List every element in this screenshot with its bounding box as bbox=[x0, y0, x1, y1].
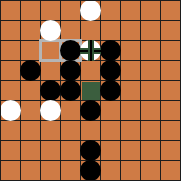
white-stone bbox=[80, 40, 101, 61]
cell-r7c2[interactable] bbox=[41, 141, 60, 160]
cell-r7c7[interactable] bbox=[141, 141, 160, 160]
cell-r0c1[interactable] bbox=[21, 1, 40, 20]
cell-r6c0[interactable] bbox=[1, 121, 20, 140]
cell-r1c5[interactable] bbox=[101, 21, 120, 40]
cell-r4c7[interactable] bbox=[141, 81, 160, 100]
cell-r8c3[interactable] bbox=[61, 161, 80, 180]
cell-r2c2[interactable] bbox=[41, 41, 60, 60]
cell-r6c5[interactable] bbox=[101, 121, 120, 140]
cell-r3c7[interactable] bbox=[141, 61, 160, 80]
cell-r1c3[interactable] bbox=[61, 21, 80, 40]
cell-r4c0[interactable] bbox=[1, 81, 20, 100]
cell-r3c2[interactable] bbox=[41, 61, 60, 80]
cell-r0c7[interactable] bbox=[141, 1, 160, 20]
cell-r5c5[interactable] bbox=[101, 101, 120, 120]
cell-r2c3[interactable] bbox=[61, 41, 80, 60]
cell-r6c4[interactable] bbox=[81, 121, 100, 140]
cell-r7c1[interactable] bbox=[21, 141, 40, 160]
cell-r5c1[interactable] bbox=[21, 101, 40, 120]
cell-r5c8[interactable] bbox=[161, 101, 180, 120]
black-stone bbox=[100, 80, 121, 101]
cell-r5c7[interactable] bbox=[141, 101, 160, 120]
cell-r7c6[interactable] bbox=[121, 141, 140, 160]
cell-r8c2[interactable] bbox=[41, 161, 60, 180]
cell-r0c8[interactable] bbox=[161, 1, 180, 20]
cell-r0c4[interactable] bbox=[81, 1, 100, 20]
cell-r1c6[interactable] bbox=[121, 21, 140, 40]
cell-r2c0[interactable] bbox=[1, 41, 20, 60]
cell-r2c5[interactable] bbox=[101, 41, 120, 60]
green-square-marker bbox=[82, 82, 100, 100]
cell-r1c1[interactable] bbox=[21, 21, 40, 40]
cell-r8c5[interactable] bbox=[101, 161, 120, 180]
cell-r0c6[interactable] bbox=[121, 1, 140, 20]
cell-r5c2[interactable] bbox=[41, 101, 60, 120]
cell-r4c4[interactable] bbox=[81, 81, 100, 100]
cell-r6c2[interactable] bbox=[41, 121, 60, 140]
cell-r2c1[interactable] bbox=[21, 41, 40, 60]
cell-r5c4[interactable] bbox=[81, 101, 100, 120]
cell-r8c6[interactable] bbox=[121, 161, 140, 180]
cell-r3c1[interactable] bbox=[21, 61, 40, 80]
cell-r0c5[interactable] bbox=[101, 1, 120, 20]
cell-r8c7[interactable] bbox=[141, 161, 160, 180]
black-stone bbox=[100, 60, 121, 81]
cell-r7c3[interactable] bbox=[61, 141, 80, 160]
cell-r0c3[interactable] bbox=[61, 1, 80, 20]
cell-r4c1[interactable] bbox=[21, 81, 40, 100]
cell-r6c7[interactable] bbox=[141, 121, 160, 140]
white-stone bbox=[40, 20, 61, 41]
cell-r3c3[interactable] bbox=[61, 61, 80, 80]
cell-r8c0[interactable] bbox=[1, 161, 20, 180]
cell-r7c4[interactable] bbox=[81, 141, 100, 160]
cell-r7c8[interactable] bbox=[161, 141, 180, 160]
black-stone bbox=[60, 80, 81, 101]
cell-r7c0[interactable] bbox=[1, 141, 20, 160]
cell-r6c1[interactable] bbox=[21, 121, 40, 140]
cell-r1c4[interactable] bbox=[81, 21, 100, 40]
cell-r8c8[interactable] bbox=[161, 161, 180, 180]
white-stone bbox=[40, 100, 61, 121]
cell-r8c1[interactable] bbox=[21, 161, 40, 180]
cell-r8c4[interactable] bbox=[81, 161, 100, 180]
cell-r5c0[interactable] bbox=[1, 101, 20, 120]
black-stone bbox=[60, 40, 81, 61]
cell-r3c5[interactable] bbox=[101, 61, 120, 80]
cell-r4c8[interactable] bbox=[161, 81, 180, 100]
black-stone bbox=[80, 100, 101, 121]
black-stone bbox=[40, 80, 61, 101]
cell-r1c2[interactable] bbox=[41, 21, 60, 40]
cell-r1c7[interactable] bbox=[141, 21, 160, 40]
cell-r4c6[interactable] bbox=[121, 81, 140, 100]
cell-r5c3[interactable] bbox=[61, 101, 80, 120]
cell-r0c0[interactable] bbox=[1, 1, 20, 20]
cell-r2c7[interactable] bbox=[141, 41, 160, 60]
cell-r1c8[interactable] bbox=[161, 21, 180, 40]
cell-r7c5[interactable] bbox=[101, 141, 120, 160]
cell-r6c8[interactable] bbox=[161, 121, 180, 140]
cell-r3c4[interactable] bbox=[81, 61, 100, 80]
black-stone bbox=[60, 60, 81, 81]
cell-r2c4[interactable] bbox=[81, 41, 100, 60]
cell-r4c2[interactable] bbox=[41, 81, 60, 100]
cell-r1c0[interactable] bbox=[1, 21, 20, 40]
black-stone bbox=[80, 140, 101, 161]
cell-r6c3[interactable] bbox=[61, 121, 80, 140]
black-stone bbox=[20, 60, 41, 81]
cell-r2c8[interactable] bbox=[161, 41, 180, 60]
white-stone bbox=[80, 0, 101, 21]
cell-r4c5[interactable] bbox=[101, 81, 120, 100]
cell-r3c0[interactable] bbox=[1, 61, 20, 80]
cell-r5c6[interactable] bbox=[121, 101, 140, 120]
cell-r4c3[interactable] bbox=[61, 81, 80, 100]
cell-r6c6[interactable] bbox=[121, 121, 140, 140]
game-board bbox=[0, 0, 181, 181]
white-stone bbox=[0, 100, 21, 121]
black-stone bbox=[100, 40, 121, 61]
cell-r0c2[interactable] bbox=[41, 1, 60, 20]
black-stone bbox=[80, 160, 101, 181]
cell-r3c8[interactable] bbox=[161, 61, 180, 80]
cell-r3c6[interactable] bbox=[121, 61, 140, 80]
cell-r2c6[interactable] bbox=[121, 41, 140, 60]
